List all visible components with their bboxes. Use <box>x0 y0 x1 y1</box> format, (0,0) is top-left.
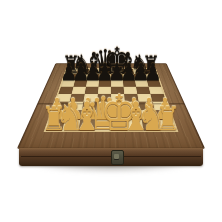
piece-white-rook-h1[interactable]: ♜ <box>156 103 180 136</box>
chess-set-photo: ♜♞♝♛♚♝♞♜♟♟♟♟♟♟♟♟♟♟♟♟♟♟♟♟♜♞♝♛♚♝♞♜ <box>0 0 222 222</box>
pieces-layer: ♜♞♝♛♚♝♞♜♟♟♟♟♟♟♟♟♟♟♟♟♟♟♟♟♜♞♝♛♚♝♞♜ <box>0 0 222 222</box>
piece-black-pawn-h7[interactable]: ♟ <box>144 60 162 83</box>
